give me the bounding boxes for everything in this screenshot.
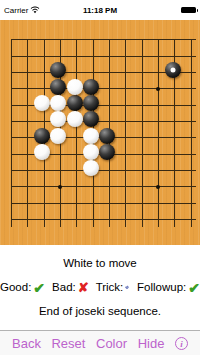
clock: 11:18 PM — [0, 6, 200, 15]
back-button[interactable]: Back — [12, 336, 41, 351]
star-point — [156, 87, 160, 91]
info-icon[interactable]: i — [175, 337, 188, 350]
black-stone — [67, 95, 83, 111]
black-stone — [50, 62, 66, 78]
grid-line-vertical — [27, 39, 28, 227]
grid-line-vertical — [158, 39, 159, 227]
white-stone — [67, 79, 83, 95]
bottom-toolbar: Back Reset Color Hide i — [0, 330, 200, 355]
legend-row: Good:✔ Bad:✘ Trick: Followup:✔ — [0, 280, 200, 294]
black-stone — [165, 62, 181, 78]
followup-check-icon: ✔ — [188, 281, 200, 294]
white-stone — [34, 95, 50, 111]
to-move-label: White to move — [0, 257, 200, 269]
white-stone — [67, 111, 83, 127]
grid-line-horizontal — [11, 56, 196, 57]
status-message: End of joseki sequence. — [0, 305, 200, 317]
grid-line-vertical — [142, 39, 143, 227]
black-stone — [99, 128, 115, 144]
star-point — [58, 185, 62, 189]
grid-line-horizontal — [11, 203, 196, 204]
battery-icon — [181, 7, 196, 13]
good-check-icon: ✔ — [33, 281, 45, 294]
hide-button[interactable]: Hide — [138, 336, 165, 351]
white-stone — [83, 144, 99, 160]
color-button[interactable]: Color — [96, 336, 127, 351]
grid-line-horizontal — [11, 88, 196, 89]
white-stone — [34, 144, 50, 160]
grid-line-vertical — [125, 39, 126, 227]
white-stone — [50, 128, 66, 144]
go-board[interactable] — [0, 20, 200, 245]
grid-line-horizontal — [11, 219, 196, 220]
status-bar: Carrier 11:18 PM — [0, 0, 200, 20]
followup-label: Followup: — [137, 281, 186, 293]
star-point — [156, 185, 160, 189]
black-stone — [83, 95, 99, 111]
info-panel: White to move Good:✔ Bad:✘ Trick: Follow… — [0, 245, 200, 330]
grid-line-horizontal — [11, 121, 196, 122]
black-stone — [34, 128, 50, 144]
grid-line-horizontal — [11, 39, 196, 40]
reset-button[interactable]: Reset — [51, 336, 85, 351]
good-label: Good: — [0, 281, 31, 293]
grid-line-vertical — [191, 39, 192, 227]
bad-x-icon: ✘ — [78, 281, 89, 294]
grid-line-vertical — [11, 39, 12, 227]
grid-line-vertical — [76, 39, 77, 227]
last-move-marker — [170, 68, 175, 73]
white-stone — [50, 111, 66, 127]
black-stone — [83, 79, 99, 95]
grid-line-horizontal — [11, 186, 196, 187]
black-stone — [50, 79, 66, 95]
white-stone — [50, 95, 66, 111]
white-stone — [83, 160, 99, 176]
bad-label: Bad: — [52, 281, 76, 293]
trick-label: Trick: — [96, 281, 124, 293]
white-stone — [83, 128, 99, 144]
black-stone — [83, 111, 99, 127]
trick-spiral-icon — [125, 280, 130, 294]
black-stone — [99, 144, 115, 160]
grid-line-horizontal — [11, 170, 196, 171]
